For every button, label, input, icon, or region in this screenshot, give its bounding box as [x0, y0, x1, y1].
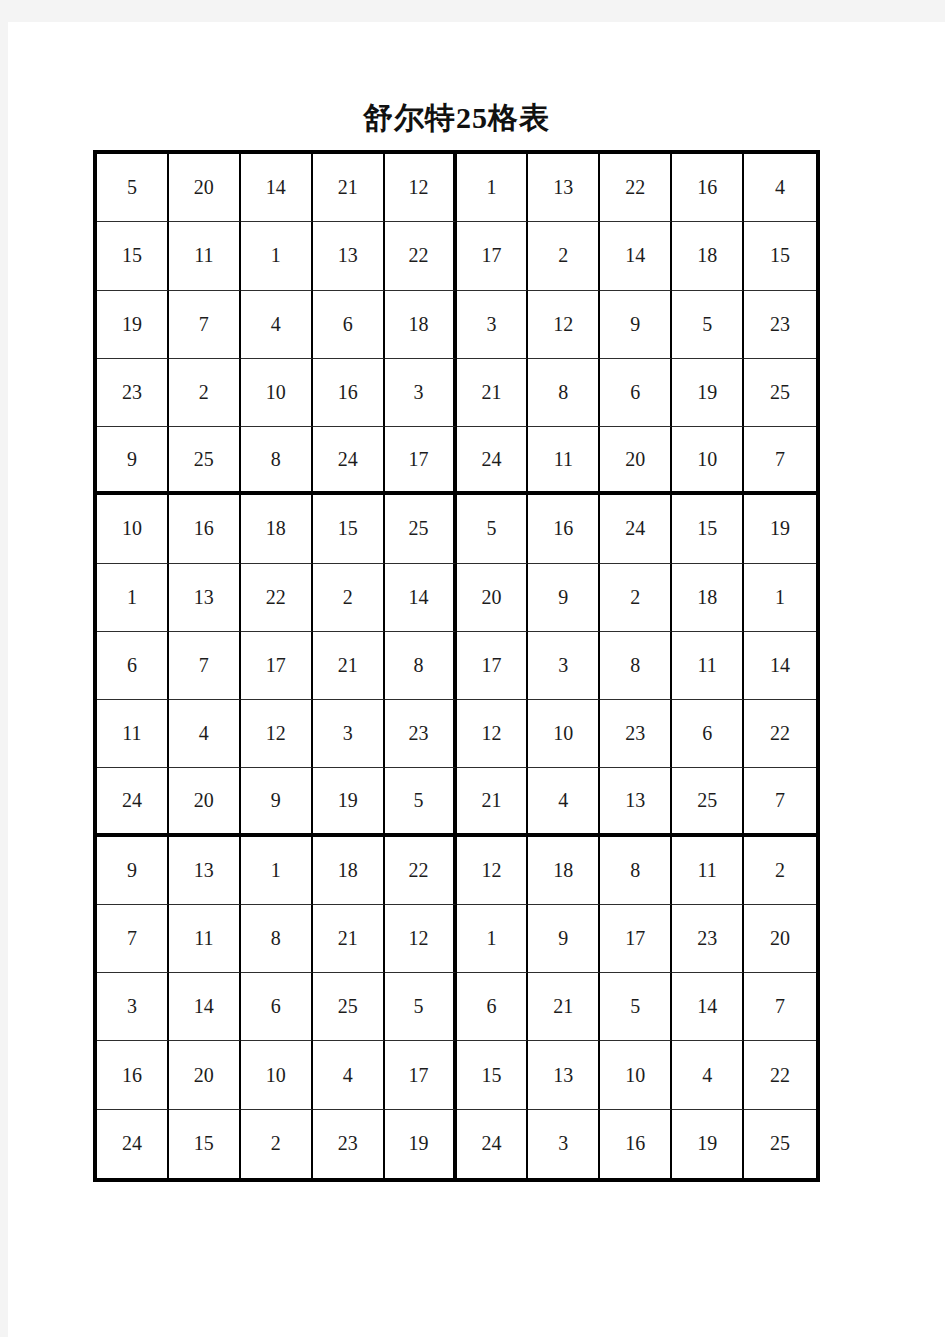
- grid-cell[interactable]: 23: [744, 291, 816, 359]
- grid-cell[interactable]: 14: [241, 154, 313, 222]
- grid-cell[interactable]: 14: [600, 222, 672, 290]
- grid-cell[interactable]: 18: [241, 495, 313, 563]
- grid-cell[interactable]: 17: [457, 222, 529, 290]
- grid-cell[interactable]: 10: [97, 495, 169, 563]
- grid-cell[interactable]: 6: [241, 973, 313, 1041]
- grid-cell[interactable]: 4: [744, 154, 816, 222]
- grid-cell[interactable]: 25: [744, 1110, 816, 1178]
- grid-cell[interactable]: 21: [313, 154, 385, 222]
- grid-cell[interactable]: 20: [744, 905, 816, 973]
- grid-cell[interactable]: 9: [241, 768, 313, 836]
- grid-cell[interactable]: 14: [672, 973, 744, 1041]
- grid-cell[interactable]: 2: [528, 222, 600, 290]
- grid-cell[interactable]: 8: [600, 632, 672, 700]
- grid-cell[interactable]: 4: [528, 768, 600, 836]
- grid-cell[interactable]: 17: [385, 427, 457, 495]
- grid-cell[interactable]: 20: [169, 154, 241, 222]
- grid-cell[interactable]: 23: [97, 359, 169, 427]
- grid-cell[interactable]: 10: [241, 1041, 313, 1109]
- grid-cell[interactable]: 15: [169, 1110, 241, 1178]
- grid-cell[interactable]: 17: [600, 905, 672, 973]
- grid-cell[interactable]: 18: [528, 837, 600, 905]
- grid-cell[interactable]: 25: [313, 973, 385, 1041]
- grid-cell[interactable]: 10: [672, 427, 744, 495]
- grid-cell[interactable]: 8: [528, 359, 600, 427]
- grid-cell[interactable]: 25: [385, 495, 457, 563]
- grid-cell[interactable]: 23: [672, 905, 744, 973]
- grid-cell[interactable]: 17: [241, 632, 313, 700]
- grid-cell[interactable]: 18: [313, 837, 385, 905]
- grid-cell[interactable]: 7: [97, 905, 169, 973]
- grid-cell[interactable]: 11: [672, 632, 744, 700]
- grid-cell[interactable]: 15: [97, 222, 169, 290]
- grid-cell[interactable]: 22: [744, 1041, 816, 1109]
- grid-cell[interactable]: 2: [313, 564, 385, 632]
- grid-cell[interactable]: 8: [385, 632, 457, 700]
- grid-cell[interactable]: 16: [313, 359, 385, 427]
- grid-cell[interactable]: 16: [169, 495, 241, 563]
- grid-cell[interactable]: 7: [169, 632, 241, 700]
- grid-cell[interactable]: 4: [672, 1041, 744, 1109]
- grid-cell[interactable]: 9: [528, 564, 600, 632]
- grid-cell[interactable]: 24: [97, 1110, 169, 1178]
- grid-cell[interactable]: 1: [457, 154, 529, 222]
- grid-cell[interactable]: 15: [313, 495, 385, 563]
- grid-cell[interactable]: 12: [457, 700, 529, 768]
- grid-cell[interactable]: 13: [313, 222, 385, 290]
- grid-cell[interactable]: 6: [457, 973, 529, 1041]
- grid-cell[interactable]: 1: [457, 905, 529, 973]
- grid-cell[interactable]: 10: [241, 359, 313, 427]
- grid-cell[interactable]: 21: [528, 973, 600, 1041]
- grid-cell[interactable]: 7: [744, 427, 816, 495]
- grid-cell[interactable]: 15: [672, 495, 744, 563]
- grid-cell[interactable]: 10: [600, 1041, 672, 1109]
- grid-cell[interactable]: 14: [385, 564, 457, 632]
- grid-cell[interactable]: 4: [169, 700, 241, 768]
- grid-cell[interactable]: 4: [241, 291, 313, 359]
- grid-cell[interactable]: 17: [457, 632, 529, 700]
- grid-cell[interactable]: 24: [600, 495, 672, 563]
- document-page: 舒尔特25格表 52014211211322164151111322172141…: [8, 22, 945, 1337]
- grid-cell[interactable]: 22: [600, 154, 672, 222]
- grid-cell[interactable]: 2: [744, 837, 816, 905]
- grid-cell[interactable]: 12: [385, 154, 457, 222]
- grid-cell[interactable]: 14: [169, 973, 241, 1041]
- grid-cell[interactable]: 21: [313, 632, 385, 700]
- grid-cell[interactable]: 11: [528, 427, 600, 495]
- grid-cell[interactable]: 25: [169, 427, 241, 495]
- grid-cell[interactable]: 6: [313, 291, 385, 359]
- grid-cell[interactable]: 9: [97, 837, 169, 905]
- grid-cell[interactable]: 19: [385, 1110, 457, 1178]
- grid-cell[interactable]: 3: [313, 700, 385, 768]
- grid-cell[interactable]: 7: [744, 973, 816, 1041]
- grid-cell[interactable]: 1: [241, 837, 313, 905]
- grid-cell[interactable]: 5: [672, 291, 744, 359]
- grid-cell[interactable]: 1: [744, 564, 816, 632]
- grid-cell[interactable]: 5: [385, 973, 457, 1041]
- grid-cell[interactable]: 19: [672, 359, 744, 427]
- grid-cell[interactable]: 2: [241, 1110, 313, 1178]
- grid-cell[interactable]: 13: [600, 768, 672, 836]
- grid-cell[interactable]: 21: [457, 359, 529, 427]
- grid-cell[interactable]: 24: [97, 768, 169, 836]
- grid-cell[interactable]: 5: [600, 973, 672, 1041]
- schulte-board: 5201421121132216415111132217214181519746…: [93, 150, 820, 1182]
- grid-cell[interactable]: 14: [744, 632, 816, 700]
- grid-cell[interactable]: 2: [169, 359, 241, 427]
- grid-cell[interactable]: 13: [169, 837, 241, 905]
- grid-cell[interactable]: 15: [744, 222, 816, 290]
- grid-cell[interactable]: 2: [600, 564, 672, 632]
- grid-cell[interactable]: 24: [313, 427, 385, 495]
- grid-cell[interactable]: 6: [97, 632, 169, 700]
- grid-cell[interactable]: 11: [97, 700, 169, 768]
- grid-cell[interactable]: 18: [385, 291, 457, 359]
- grid-cell[interactable]: 11: [169, 222, 241, 290]
- grid-cell[interactable]: 6: [600, 359, 672, 427]
- grid-cell[interactable]: 9: [600, 291, 672, 359]
- grid-cell[interactable]: 19: [672, 1110, 744, 1178]
- grid-cell[interactable]: 7: [744, 768, 816, 836]
- grid-cell[interactable]: 13: [169, 564, 241, 632]
- grid-cell[interactable]: 13: [528, 154, 600, 222]
- grid-cell[interactable]: 9: [97, 427, 169, 495]
- page-title: 舒尔特25格表: [93, 101, 820, 135]
- grid-cell[interactable]: 5: [457, 495, 529, 563]
- grid-cell[interactable]: 9: [528, 905, 600, 973]
- grid-cell[interactable]: 17: [385, 1041, 457, 1109]
- grid-cell[interactable]: 11: [672, 837, 744, 905]
- grid-cell[interactable]: 12: [528, 291, 600, 359]
- grid-cell[interactable]: 15: [457, 1041, 529, 1109]
- grid-cell[interactable]: 24: [457, 1110, 529, 1178]
- grid-cell[interactable]: 20: [169, 768, 241, 836]
- grid-cell[interactable]: 23: [600, 700, 672, 768]
- grid-cell[interactable]: 7: [169, 291, 241, 359]
- grid-cell[interactable]: 25: [744, 359, 816, 427]
- grid-cell[interactable]: 21: [457, 768, 529, 836]
- grid-cell[interactable]: 20: [169, 1041, 241, 1109]
- grid-cell[interactable]: 1: [241, 222, 313, 290]
- grid-cell[interactable]: 23: [385, 700, 457, 768]
- grid-cell[interactable]: 19: [744, 495, 816, 563]
- grid-cell[interactable]: 22: [744, 700, 816, 768]
- grid-cell[interactable]: 16: [672, 154, 744, 222]
- grid-cell[interactable]: 20: [600, 427, 672, 495]
- grid-cell[interactable]: 22: [241, 564, 313, 632]
- grid-cell[interactable]: 12: [385, 905, 457, 973]
- grid-cell[interactable]: 3: [528, 632, 600, 700]
- grid-cell[interactable]: 3: [385, 359, 457, 427]
- grid-cell[interactable]: 25: [672, 768, 744, 836]
- grid-cell[interactable]: 12: [241, 700, 313, 768]
- grid-cell[interactable]: 16: [600, 1110, 672, 1178]
- grid-cell[interactable]: 16: [97, 1041, 169, 1109]
- grid-cell[interactable]: 19: [313, 768, 385, 836]
- grid-cell[interactable]: 22: [385, 222, 457, 290]
- grid-cell[interactable]: 3: [528, 1110, 600, 1178]
- grid-cell[interactable]: 3: [457, 291, 529, 359]
- grid-cell[interactable]: 8: [600, 837, 672, 905]
- grid-cell[interactable]: 8: [241, 427, 313, 495]
- grid-cell[interactable]: 1: [97, 564, 169, 632]
- grid-cell[interactable]: 19: [97, 291, 169, 359]
- grid-cell[interactable]: 5: [385, 768, 457, 836]
- grid-cell[interactable]: 10: [528, 700, 600, 768]
- grid-cell[interactable]: 18: [672, 564, 744, 632]
- grid-cell[interactable]: 11: [169, 905, 241, 973]
- grid-cell[interactable]: 22: [385, 837, 457, 905]
- grid-cell[interactable]: 23: [313, 1110, 385, 1178]
- grid-cell[interactable]: 13: [528, 1041, 600, 1109]
- grid-cell[interactable]: 8: [241, 905, 313, 973]
- grid-cell[interactable]: 6: [672, 700, 744, 768]
- grid-cell[interactable]: 20: [457, 564, 529, 632]
- grid-cell[interactable]: 3: [97, 973, 169, 1041]
- grid-cell[interactable]: 24: [457, 427, 529, 495]
- grid-cell[interactable]: 18: [672, 222, 744, 290]
- grid-cell[interactable]: 21: [313, 905, 385, 973]
- grid-cell[interactable]: 16: [528, 495, 600, 563]
- grid-cell[interactable]: 4: [313, 1041, 385, 1109]
- grid-cell[interactable]: 12: [457, 837, 529, 905]
- grid-cell[interactable]: 5: [97, 154, 169, 222]
